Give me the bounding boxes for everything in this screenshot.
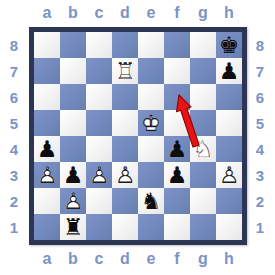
white-pawn-icon: ♙ [37, 162, 58, 188]
black-pawn-icon: ♟ [167, 136, 188, 162]
square-a5[interactable] [34, 110, 60, 136]
square-g3[interactable] [190, 162, 216, 188]
square-a1[interactable] [34, 214, 60, 240]
square-b4[interactable] [60, 136, 86, 162]
coord-label-8: 8 [250, 32, 270, 58]
coord-label-6: 6 [4, 84, 24, 110]
coord-label-6: 6 [250, 84, 270, 110]
white-knight-icon: ♘ [193, 136, 214, 162]
coord-label-8: 8 [4, 32, 24, 58]
piece-black-pawn-f4[interactable]: ♟ [164, 136, 190, 162]
coord-label-a: a [34, 248, 60, 270]
coord-label-b: b [60, 248, 86, 270]
file-labels-top: abcdefgh [29, 2, 247, 24]
coord-label-g: g [190, 2, 216, 24]
coord-label-5: 5 [4, 110, 24, 136]
white-pawn-icon: ♙ [219, 162, 240, 188]
coord-label-2: 2 [4, 188, 24, 214]
square-f8[interactable] [164, 32, 190, 58]
square-g6[interactable] [190, 84, 216, 110]
white-pawn-icon: ♙ [89, 162, 110, 188]
piece-black-pawn-h7[interactable]: ♟ [216, 58, 242, 84]
coord-label-4: 4 [250, 136, 270, 162]
coord-label-1: 1 [4, 214, 24, 240]
chess-diagram: abcdefgh abcdefgh 87654321 87654321 ♚♜♖♟… [0, 0, 275, 275]
square-h8[interactable]: ♚ [216, 32, 242, 58]
coord-label-g: g [190, 248, 216, 270]
square-f5[interactable] [164, 110, 190, 136]
square-e3[interactable] [138, 162, 164, 188]
coord-label-3: 3 [250, 162, 270, 188]
square-b7[interactable] [60, 58, 86, 84]
coord-label-d: d [112, 2, 138, 24]
white-pawn-icon: ♙ [115, 162, 136, 188]
chess-board: ♚♜♖♟♚♔♟♟♞♘♟♙♟♟♙♟♙♟♟♙♟♙♞♜ [29, 27, 247, 245]
rank-labels-left: 87654321 [4, 27, 24, 245]
square-e6[interactable] [138, 84, 164, 110]
square-c3[interactable]: ♟♙ [86, 162, 112, 188]
square-f6[interactable] [164, 84, 190, 110]
coord-label-d: d [112, 248, 138, 270]
square-h6[interactable] [216, 84, 242, 110]
square-b2[interactable]: ♟♙ [60, 188, 86, 214]
square-g1[interactable] [190, 214, 216, 240]
square-h7[interactable]: ♟ [216, 58, 242, 84]
square-e1[interactable] [138, 214, 164, 240]
square-b1[interactable]: ♜ [60, 214, 86, 240]
coord-label-3: 3 [4, 162, 24, 188]
square-b6[interactable] [60, 84, 86, 110]
coord-label-1: 1 [250, 214, 270, 240]
coord-label-7: 7 [250, 58, 270, 84]
square-e2[interactable]: ♞ [138, 188, 164, 214]
square-f1[interactable] [164, 214, 190, 240]
black-king-icon: ♚ [219, 32, 240, 58]
square-f7[interactable] [164, 58, 190, 84]
piece-black-knight-e2[interactable]: ♞ [138, 188, 164, 214]
piece-white-pawn-d3[interactable]: ♟♙ [112, 162, 138, 188]
square-f3[interactable]: ♟ [164, 162, 190, 188]
square-g4[interactable]: ♞♘ [190, 136, 216, 162]
black-pawn-icon: ♟ [37, 136, 58, 162]
coord-label-b: b [60, 2, 86, 24]
black-rook-icon: ♜ [63, 214, 84, 240]
piece-white-pawn-h3[interactable]: ♟♙ [216, 162, 242, 188]
square-c6[interactable] [86, 84, 112, 110]
square-d8[interactable] [112, 32, 138, 58]
square-c5[interactable] [86, 110, 112, 136]
square-c8[interactable] [86, 32, 112, 58]
square-d4[interactable] [112, 136, 138, 162]
square-d3[interactable]: ♟♙ [112, 162, 138, 188]
square-b3[interactable]: ♟ [60, 162, 86, 188]
square-a6[interactable] [34, 84, 60, 110]
coord-label-e: e [138, 248, 164, 270]
piece-black-pawn-f3[interactable]: ♟ [164, 162, 190, 188]
square-g5[interactable] [190, 110, 216, 136]
piece-black-rook-b1[interactable]: ♜ [60, 214, 86, 240]
square-c7[interactable] [86, 58, 112, 84]
coord-label-a: a [34, 2, 60, 24]
square-e4[interactable] [138, 136, 164, 162]
square-h1[interactable] [216, 214, 242, 240]
square-a4[interactable]: ♟ [34, 136, 60, 162]
square-e7[interactable] [138, 58, 164, 84]
piece-white-rook-d7[interactable]: ♜♖ [112, 58, 138, 84]
square-h5[interactable] [216, 110, 242, 136]
rank-labels-right: 87654321 [250, 27, 270, 245]
coord-label-e: e [138, 2, 164, 24]
square-a7[interactable] [34, 58, 60, 84]
square-d5[interactable] [112, 110, 138, 136]
square-h4[interactable] [216, 136, 242, 162]
square-d2[interactable] [112, 188, 138, 214]
square-c2[interactable] [86, 188, 112, 214]
square-d6[interactable] [112, 84, 138, 110]
piece-white-king-e5[interactable]: ♚♔ [138, 110, 164, 136]
coord-label-5: 5 [250, 110, 270, 136]
square-b5[interactable] [60, 110, 86, 136]
square-d1[interactable] [112, 214, 138, 240]
square-a2[interactable] [34, 188, 60, 214]
square-c4[interactable] [86, 136, 112, 162]
coord-label-h: h [216, 248, 242, 270]
white-king-icon: ♔ [141, 110, 162, 136]
coord-label-h: h [216, 2, 242, 24]
square-h2[interactable] [216, 188, 242, 214]
coord-label-f: f [164, 2, 190, 24]
piece-black-pawn-a4[interactable]: ♟ [34, 136, 60, 162]
square-c1[interactable] [86, 214, 112, 240]
square-g7[interactable] [190, 58, 216, 84]
square-a3[interactable]: ♟♙ [34, 162, 60, 188]
piece-white-knight-g4[interactable]: ♞♘ [190, 136, 216, 162]
square-e8[interactable] [138, 32, 164, 58]
coord-label-2: 2 [250, 188, 270, 214]
piece-white-pawn-a3[interactable]: ♟♙ [34, 162, 60, 188]
piece-black-king-h8[interactable]: ♚ [216, 32, 242, 58]
coord-label-7: 7 [4, 58, 24, 84]
piece-black-pawn-b3[interactable]: ♟ [60, 162, 86, 188]
square-h3[interactable]: ♟♙ [216, 162, 242, 188]
square-b8[interactable] [60, 32, 86, 58]
square-g2[interactable] [190, 188, 216, 214]
piece-white-pawn-c3[interactable]: ♟♙ [86, 162, 112, 188]
coord-label-4: 4 [4, 136, 24, 162]
coord-label-c: c [86, 2, 112, 24]
square-d7[interactable]: ♜♖ [112, 58, 138, 84]
coord-label-f: f [164, 248, 190, 270]
square-f4[interactable]: ♟ [164, 136, 190, 162]
white-rook-icon: ♖ [115, 58, 136, 84]
file-labels-bottom: abcdefgh [29, 248, 247, 270]
black-pawn-icon: ♟ [219, 58, 240, 84]
white-pawn-icon: ♙ [63, 188, 84, 214]
square-e5[interactable]: ♚♔ [138, 110, 164, 136]
black-pawn-icon: ♟ [63, 162, 84, 188]
black-knight-icon: ♞ [141, 188, 162, 214]
square-g8[interactable] [190, 32, 216, 58]
square-a8[interactable] [34, 32, 60, 58]
piece-white-pawn-b2[interactable]: ♟♙ [60, 188, 86, 214]
coord-label-c: c [86, 248, 112, 270]
square-f2[interactable] [164, 188, 190, 214]
black-pawn-icon: ♟ [167, 162, 188, 188]
